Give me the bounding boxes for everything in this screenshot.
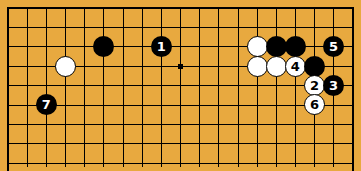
board-intersection[interactable] bbox=[324, 0, 343, 18]
board-intersection[interactable] bbox=[75, 18, 94, 37]
board-intersection[interactable] bbox=[152, 56, 171, 75]
board-intersection[interactable] bbox=[56, 95, 75, 114]
board-intersection[interactable] bbox=[152, 153, 171, 171]
board-intersection[interactable] bbox=[171, 37, 190, 56]
board-intersection[interactable] bbox=[0, 153, 18, 171]
white-stone: 6 bbox=[304, 94, 325, 115]
move-number: 7 bbox=[42, 98, 51, 111]
move-number: 6 bbox=[310, 98, 319, 111]
board-intersection[interactable]: 2 bbox=[305, 76, 324, 95]
board-intersection[interactable]: 3 bbox=[324, 76, 343, 95]
board-intersection[interactable] bbox=[247, 134, 266, 153]
board-intersection[interactable] bbox=[267, 134, 286, 153]
board-intersection[interactable] bbox=[267, 153, 286, 171]
board-intersection[interactable]: 6 bbox=[305, 95, 324, 114]
board-intersection[interactable] bbox=[190, 0, 209, 18]
board-intersection[interactable] bbox=[209, 76, 228, 95]
board-intersection[interactable] bbox=[75, 153, 94, 171]
board-intersection[interactable] bbox=[305, 153, 324, 171]
board-intersection[interactable] bbox=[324, 153, 343, 171]
board-intersection[interactable] bbox=[209, 56, 228, 75]
board-intersection[interactable] bbox=[133, 37, 152, 56]
board-intersection[interactable]: 7 bbox=[37, 95, 56, 114]
board-intersection[interactable] bbox=[56, 134, 75, 153]
board-intersection[interactable] bbox=[209, 18, 228, 37]
board-intersection[interactable] bbox=[343, 37, 361, 56]
board-intersection[interactable] bbox=[37, 76, 56, 95]
board-intersection[interactable] bbox=[171, 56, 190, 75]
board-intersection[interactable] bbox=[305, 115, 324, 134]
board-intersection[interactable] bbox=[286, 76, 305, 95]
board-intersection[interactable] bbox=[133, 115, 152, 134]
board-intersection[interactable] bbox=[0, 95, 18, 114]
board-intersection[interactable] bbox=[228, 134, 247, 153]
board-intersection[interactable] bbox=[343, 18, 361, 37]
board-intersection[interactable] bbox=[247, 95, 266, 114]
board-intersection[interactable] bbox=[113, 76, 132, 95]
board-intersection[interactable] bbox=[18, 134, 37, 153]
board-intersection[interactable] bbox=[18, 76, 37, 95]
board-intersection[interactable] bbox=[209, 153, 228, 171]
board-intersection[interactable] bbox=[190, 56, 209, 75]
board-intersection[interactable] bbox=[228, 37, 247, 56]
board-intersection[interactable] bbox=[247, 115, 266, 134]
board-intersection[interactable] bbox=[113, 153, 132, 171]
board-intersection[interactable] bbox=[113, 18, 132, 37]
board-intersection[interactable] bbox=[247, 18, 266, 37]
board-intersection[interactable] bbox=[286, 115, 305, 134]
board-intersection[interactable]: 1 bbox=[152, 37, 171, 56]
board-intersection[interactable] bbox=[171, 0, 190, 18]
black-stone bbox=[304, 56, 325, 77]
board-intersection[interactable] bbox=[75, 134, 94, 153]
board-intersection[interactable] bbox=[171, 95, 190, 114]
board-intersection[interactable] bbox=[324, 115, 343, 134]
board-intersection[interactable] bbox=[18, 115, 37, 134]
black-stone bbox=[285, 36, 306, 57]
board-intersection[interactable] bbox=[286, 37, 305, 56]
board-intersection[interactable] bbox=[286, 153, 305, 171]
board-intersection[interactable] bbox=[267, 37, 286, 56]
board-intersection[interactable] bbox=[56, 76, 75, 95]
board-intersection[interactable] bbox=[37, 0, 56, 18]
board-intersection[interactable] bbox=[343, 95, 361, 114]
board-intersections: 1542376 bbox=[0, 0, 361, 171]
black-stone: 5 bbox=[323, 36, 344, 57]
board-intersection[interactable] bbox=[37, 56, 56, 75]
board-intersection[interactable] bbox=[152, 0, 171, 18]
board-intersection[interactable] bbox=[18, 95, 37, 114]
board-intersection[interactable] bbox=[209, 95, 228, 114]
board-intersection[interactable] bbox=[75, 56, 94, 75]
board-intersection[interactable]: 5 bbox=[324, 37, 343, 56]
black-stone: 3 bbox=[323, 75, 344, 96]
move-number: 2 bbox=[310, 79, 319, 92]
board-intersection[interactable] bbox=[324, 95, 343, 114]
move-number: 4 bbox=[291, 60, 300, 73]
board-intersection[interactable] bbox=[133, 95, 152, 114]
board-intersection[interactable] bbox=[171, 115, 190, 134]
board-intersection[interactable] bbox=[324, 56, 343, 75]
board-intersection[interactable] bbox=[94, 56, 113, 75]
board-intersection[interactable] bbox=[267, 76, 286, 95]
board-intersection[interactable] bbox=[37, 134, 56, 153]
white-stone bbox=[247, 56, 268, 77]
white-stone bbox=[266, 56, 287, 77]
board-intersection[interactable] bbox=[305, 56, 324, 75]
board-intersection[interactable] bbox=[0, 115, 18, 134]
board-intersection[interactable] bbox=[94, 76, 113, 95]
board-intersection[interactable] bbox=[113, 56, 132, 75]
board-intersection[interactable] bbox=[152, 95, 171, 114]
board-intersection[interactable] bbox=[305, 18, 324, 37]
board-intersection[interactable] bbox=[75, 76, 94, 95]
board-intersection[interactable] bbox=[113, 134, 132, 153]
board-intersection[interactable] bbox=[267, 95, 286, 114]
board-intersection[interactable] bbox=[0, 0, 18, 18]
board-intersection[interactable] bbox=[94, 18, 113, 37]
board-intersection[interactable] bbox=[0, 76, 18, 95]
board-intersection[interactable] bbox=[190, 134, 209, 153]
board-intersection[interactable] bbox=[343, 76, 361, 95]
board-intersection[interactable] bbox=[190, 18, 209, 37]
black-stone: 7 bbox=[36, 94, 57, 115]
board-intersection[interactable] bbox=[343, 153, 361, 171]
board-intersection[interactable] bbox=[343, 115, 361, 134]
board-intersection[interactable] bbox=[247, 0, 266, 18]
board-intersection[interactable]: 4 bbox=[286, 56, 305, 75]
board-intersection[interactable] bbox=[113, 0, 132, 18]
move-number: 3 bbox=[329, 79, 338, 92]
board-intersection[interactable] bbox=[94, 95, 113, 114]
board-intersection[interactable] bbox=[18, 37, 37, 56]
board-intersection[interactable] bbox=[56, 37, 75, 56]
board-intersection[interactable] bbox=[286, 134, 305, 153]
board-intersection[interactable] bbox=[133, 134, 152, 153]
board-intersection[interactable] bbox=[133, 0, 152, 18]
board-intersection[interactable] bbox=[0, 37, 18, 56]
black-stone bbox=[93, 36, 114, 57]
board-intersection[interactable] bbox=[228, 153, 247, 171]
board-intersection[interactable] bbox=[56, 56, 75, 75]
board-intersection[interactable] bbox=[286, 0, 305, 18]
board-intersection[interactable] bbox=[247, 37, 266, 56]
board-intersection[interactable] bbox=[0, 18, 18, 37]
white-stone: 4 bbox=[285, 56, 306, 77]
board-intersection[interactable] bbox=[37, 37, 56, 56]
board-intersection[interactable] bbox=[0, 56, 18, 75]
board-intersection[interactable] bbox=[133, 18, 152, 37]
board-intersection[interactable] bbox=[267, 56, 286, 75]
board-intersection[interactable] bbox=[94, 153, 113, 171]
board-intersection[interactable] bbox=[152, 76, 171, 95]
board-intersection[interactable] bbox=[190, 95, 209, 114]
board-intersection[interactable] bbox=[56, 0, 75, 18]
board-intersection[interactable] bbox=[18, 56, 37, 75]
board-intersection[interactable] bbox=[113, 115, 132, 134]
board-intersection[interactable] bbox=[305, 37, 324, 56]
board-intersection[interactable] bbox=[94, 115, 113, 134]
board-intersection[interactable] bbox=[75, 37, 94, 56]
board-intersection[interactable] bbox=[133, 56, 152, 75]
board-intersection[interactable] bbox=[171, 153, 190, 171]
board-intersection[interactable] bbox=[171, 76, 190, 95]
black-stone: 1 bbox=[151, 36, 172, 57]
board-intersection[interactable] bbox=[247, 153, 266, 171]
board-intersection[interactable] bbox=[209, 115, 228, 134]
board-intersection[interactable] bbox=[37, 18, 56, 37]
go-board: 1542376 bbox=[0, 0, 361, 171]
board-intersection[interactable] bbox=[152, 134, 171, 153]
board-intersection[interactable] bbox=[190, 37, 209, 56]
board-intersection[interactable] bbox=[190, 115, 209, 134]
board-intersection[interactable] bbox=[94, 0, 113, 18]
board-intersection[interactable] bbox=[37, 115, 56, 134]
board-intersection[interactable] bbox=[113, 95, 132, 114]
board-intersection[interactable] bbox=[75, 95, 94, 114]
board-intersection[interactable] bbox=[228, 115, 247, 134]
white-stone: 2 bbox=[304, 75, 325, 96]
board-intersection[interactable] bbox=[228, 56, 247, 75]
board-intersection[interactable] bbox=[94, 134, 113, 153]
board-intersection[interactable] bbox=[228, 0, 247, 18]
board-intersection[interactable] bbox=[94, 37, 113, 56]
board-intersection[interactable] bbox=[228, 18, 247, 37]
board-intersection[interactable] bbox=[267, 115, 286, 134]
board-intersection[interactable] bbox=[56, 18, 75, 37]
move-number: 5 bbox=[329, 40, 338, 53]
board-intersection[interactable] bbox=[343, 56, 361, 75]
board-intersection[interactable] bbox=[190, 153, 209, 171]
board-intersection[interactable] bbox=[267, 18, 286, 37]
board-intersection[interactable] bbox=[343, 134, 361, 153]
board-intersection[interactable] bbox=[324, 134, 343, 153]
board-intersection[interactable] bbox=[209, 37, 228, 56]
board-intersection[interactable] bbox=[133, 153, 152, 171]
board-intersection[interactable] bbox=[305, 134, 324, 153]
board-intersection[interactable] bbox=[56, 153, 75, 171]
board-intersection[interactable] bbox=[18, 0, 37, 18]
board-intersection[interactable] bbox=[228, 76, 247, 95]
star-point bbox=[178, 64, 183, 69]
board-intersection[interactable] bbox=[75, 115, 94, 134]
board-intersection[interactable] bbox=[286, 95, 305, 114]
board-intersection[interactable] bbox=[171, 134, 190, 153]
move-number: 1 bbox=[157, 40, 166, 53]
white-stone bbox=[55, 56, 76, 77]
board-intersection[interactable] bbox=[228, 95, 247, 114]
board-intersection[interactable] bbox=[190, 76, 209, 95]
board-intersection[interactable] bbox=[152, 115, 171, 134]
board-intersection[interactable] bbox=[133, 76, 152, 95]
white-stone bbox=[247, 36, 268, 57]
black-stone bbox=[266, 36, 287, 57]
board-intersection[interactable] bbox=[75, 0, 94, 18]
board-intersection[interactable] bbox=[56, 115, 75, 134]
board-intersection[interactable] bbox=[343, 0, 361, 18]
board-intersection[interactable] bbox=[305, 0, 324, 18]
board-intersection[interactable] bbox=[286, 18, 305, 37]
board-intersection[interactable] bbox=[0, 134, 18, 153]
board-intersection[interactable] bbox=[247, 76, 266, 95]
board-intersection[interactable] bbox=[152, 18, 171, 37]
board-intersection[interactable] bbox=[37, 153, 56, 171]
board-intersection[interactable] bbox=[247, 56, 266, 75]
board-intersection[interactable] bbox=[324, 18, 343, 37]
board-intersection[interactable] bbox=[209, 134, 228, 153]
board-intersection[interactable] bbox=[267, 0, 286, 18]
board-intersection[interactable] bbox=[113, 37, 132, 56]
board-intersection[interactable] bbox=[171, 18, 190, 37]
board-intersection[interactable] bbox=[18, 18, 37, 37]
board-intersection[interactable] bbox=[209, 0, 228, 18]
board-intersection[interactable] bbox=[18, 153, 37, 171]
